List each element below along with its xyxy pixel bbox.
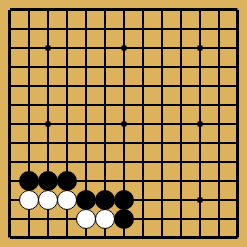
intersection-B8[interactable]: [19, 95, 38, 114]
intersection-J10[interactable]: [152, 57, 171, 76]
intersection-A10[interactable]: [0, 57, 19, 76]
white-stone: [38, 190, 58, 210]
intersection-J5[interactable]: [152, 152, 171, 171]
intersection-M13[interactable]: [209, 0, 228, 19]
intersection-B7[interactable]: [19, 114, 38, 133]
intersection-E12[interactable]: [76, 19, 95, 38]
intersection-A1[interactable]: [0, 228, 19, 247]
intersection-D2[interactable]: [57, 209, 76, 228]
intersection-G11[interactable]: [114, 38, 133, 57]
intersection-B2[interactable]: [19, 209, 38, 228]
intersection-H8[interactable]: [133, 95, 152, 114]
intersection-D5[interactable]: [57, 152, 76, 171]
intersection-E6[interactable]: [76, 133, 95, 152]
intersection-F7[interactable]: [95, 114, 114, 133]
white-stone: [95, 209, 115, 229]
intersection-F1[interactable]: [95, 228, 114, 247]
intersection-J3[interactable]: [152, 190, 171, 209]
intersection-N9[interactable]: [228, 76, 247, 95]
intersection-K13[interactable]: [171, 0, 190, 19]
black-stone: [95, 190, 115, 210]
intersection-B9[interactable]: [19, 76, 38, 95]
intersection-L6[interactable]: [190, 133, 209, 152]
intersection-E3[interactable]: [76, 190, 95, 209]
intersection-N11[interactable]: [228, 38, 247, 57]
intersection-B4[interactable]: [19, 171, 38, 190]
star-point-icon: [197, 45, 202, 50]
intersection-K8[interactable]: [171, 95, 190, 114]
intersection-L4[interactable]: [190, 171, 209, 190]
intersection-C13[interactable]: [38, 0, 57, 19]
intersection-M5[interactable]: [209, 152, 228, 171]
intersection-A6[interactable]: [0, 133, 19, 152]
intersection-C2[interactable]: [38, 209, 57, 228]
intersection-M9[interactable]: [209, 76, 228, 95]
intersection-G5[interactable]: [114, 152, 133, 171]
intersection-F8[interactable]: [95, 95, 114, 114]
intersection-J4[interactable]: [152, 171, 171, 190]
intersection-N4[interactable]: [228, 171, 247, 190]
intersection-K5[interactable]: [171, 152, 190, 171]
intersection-D7[interactable]: [57, 114, 76, 133]
intersection-F11[interactable]: [95, 38, 114, 57]
intersection-N12[interactable]: [228, 19, 247, 38]
intersection-H4[interactable]: [133, 171, 152, 190]
intersection-N8[interactable]: [228, 95, 247, 114]
intersection-L1[interactable]: [190, 228, 209, 247]
star-point-icon: [121, 121, 126, 126]
intersection-C7[interactable]: [38, 114, 57, 133]
intersection-F10[interactable]: [95, 57, 114, 76]
intersection-A5[interactable]: [0, 152, 19, 171]
intersection-B5[interactable]: [19, 152, 38, 171]
intersection-N7[interactable]: [228, 114, 247, 133]
intersection-H3[interactable]: [133, 190, 152, 209]
go-diagram: [0, 0, 247, 247]
intersection-L5[interactable]: [190, 152, 209, 171]
intersection-G1[interactable]: [114, 228, 133, 247]
intersection-D11[interactable]: [57, 38, 76, 57]
intersection-E8[interactable]: [76, 95, 95, 114]
intersection-D3[interactable]: [57, 190, 76, 209]
intersection-K7[interactable]: [171, 114, 190, 133]
intersection-B11[interactable]: [19, 38, 38, 57]
intersection-K3[interactable]: [171, 190, 190, 209]
intersection-F3[interactable]: [95, 190, 114, 209]
black-stone: [114, 190, 134, 210]
star-point-icon: [197, 121, 202, 126]
intersection-C12[interactable]: [38, 19, 57, 38]
intersection-J6[interactable]: [152, 133, 171, 152]
intersection-B13[interactable]: [19, 0, 38, 19]
intersection-G2[interactable]: [114, 209, 133, 228]
intersection-H7[interactable]: [133, 114, 152, 133]
intersection-E1[interactable]: [76, 228, 95, 247]
intersection-N5[interactable]: [228, 152, 247, 171]
intersection-G13[interactable]: [114, 0, 133, 19]
intersection-F12[interactable]: [95, 19, 114, 38]
intersection-B3[interactable]: [19, 190, 38, 209]
intersection-L3[interactable]: [190, 190, 209, 209]
intersection-N1[interactable]: [228, 228, 247, 247]
intersection-B6[interactable]: [19, 133, 38, 152]
go-board-grid: [0, 0, 247, 247]
intersection-K12[interactable]: [171, 19, 190, 38]
intersection-L12[interactable]: [190, 19, 209, 38]
intersection-M4[interactable]: [209, 171, 228, 190]
intersection-K2[interactable]: [171, 209, 190, 228]
intersection-L2[interactable]: [190, 209, 209, 228]
intersection-F5[interactable]: [95, 152, 114, 171]
black-stone: [114, 209, 134, 229]
intersection-H2[interactable]: [133, 209, 152, 228]
intersection-H6[interactable]: [133, 133, 152, 152]
intersection-D8[interactable]: [57, 95, 76, 114]
intersection-M12[interactable]: [209, 19, 228, 38]
intersection-K6[interactable]: [171, 133, 190, 152]
intersection-N13[interactable]: [228, 0, 247, 19]
intersection-A9[interactable]: [0, 76, 19, 95]
intersection-F6[interactable]: [95, 133, 114, 152]
intersection-B1[interactable]: [19, 228, 38, 247]
intersection-A13[interactable]: [0, 0, 19, 19]
intersection-K4[interactable]: [171, 171, 190, 190]
black-stone: [57, 171, 77, 191]
intersection-M10[interactable]: [209, 57, 228, 76]
black-stone: [76, 190, 96, 210]
intersection-F4[interactable]: [95, 171, 114, 190]
intersection-K10[interactable]: [171, 57, 190, 76]
intersection-L13[interactable]: [190, 0, 209, 19]
star-point-icon: [45, 45, 50, 50]
intersection-M3[interactable]: [209, 190, 228, 209]
intersection-F9[interactable]: [95, 76, 114, 95]
intersection-G10[interactable]: [114, 57, 133, 76]
intersection-E10[interactable]: [76, 57, 95, 76]
star-point-icon: [197, 197, 202, 202]
intersection-A7[interactable]: [0, 114, 19, 133]
white-stone: [19, 190, 39, 210]
intersection-G9[interactable]: [114, 76, 133, 95]
intersection-G8[interactable]: [114, 95, 133, 114]
intersection-C11[interactable]: [38, 38, 57, 57]
intersection-A8[interactable]: [0, 95, 19, 114]
intersection-M6[interactable]: [209, 133, 228, 152]
intersection-C1[interactable]: [38, 228, 57, 247]
intersection-E9[interactable]: [76, 76, 95, 95]
intersection-E5[interactable]: [76, 152, 95, 171]
intersection-D1[interactable]: [57, 228, 76, 247]
intersection-E13[interactable]: [76, 0, 95, 19]
intersection-M1[interactable]: [209, 228, 228, 247]
intersection-J9[interactable]: [152, 76, 171, 95]
white-stone: [76, 209, 96, 229]
intersection-C3[interactable]: [38, 190, 57, 209]
intersection-J13[interactable]: [152, 0, 171, 19]
intersection-E4[interactable]: [76, 171, 95, 190]
intersection-H5[interactable]: [133, 152, 152, 171]
intersection-A12[interactable]: [0, 19, 19, 38]
intersection-C6[interactable]: [38, 133, 57, 152]
intersection-J8[interactable]: [152, 95, 171, 114]
intersection-H1[interactable]: [133, 228, 152, 247]
intersection-F2[interactable]: [95, 209, 114, 228]
intersection-N10[interactable]: [228, 57, 247, 76]
intersection-H9[interactable]: [133, 76, 152, 95]
intersection-H12[interactable]: [133, 19, 152, 38]
intersection-E11[interactable]: [76, 38, 95, 57]
intersection-G12[interactable]: [114, 19, 133, 38]
intersection-K11[interactable]: [171, 38, 190, 57]
intersection-L7[interactable]: [190, 114, 209, 133]
intersection-B12[interactable]: [19, 19, 38, 38]
intersection-F13[interactable]: [95, 0, 114, 19]
white-stone: [57, 190, 77, 210]
intersection-M7[interactable]: [209, 114, 228, 133]
intersection-H13[interactable]: [133, 0, 152, 19]
intersection-J12[interactable]: [152, 19, 171, 38]
intersection-C10[interactable]: [38, 57, 57, 76]
intersection-D6[interactable]: [57, 133, 76, 152]
intersection-C8[interactable]: [38, 95, 57, 114]
intersection-M8[interactable]: [209, 95, 228, 114]
intersection-H11[interactable]: [133, 38, 152, 57]
intersection-N6[interactable]: [228, 133, 247, 152]
intersection-D4[interactable]: [57, 171, 76, 190]
intersection-H10[interactable]: [133, 57, 152, 76]
intersection-G4[interactable]: [114, 171, 133, 190]
intersection-C4[interactable]: [38, 171, 57, 190]
intersection-D13[interactable]: [57, 0, 76, 19]
intersection-E7[interactable]: [76, 114, 95, 133]
star-point-icon: [121, 45, 126, 50]
intersection-J1[interactable]: [152, 228, 171, 247]
intersection-K1[interactable]: [171, 228, 190, 247]
intersection-M2[interactable]: [209, 209, 228, 228]
intersection-A11[interactable]: [0, 38, 19, 57]
intersection-C9[interactable]: [38, 76, 57, 95]
intersection-A2[interactable]: [0, 209, 19, 228]
intersection-D9[interactable]: [57, 76, 76, 95]
intersection-L8[interactable]: [190, 95, 209, 114]
black-stone: [19, 171, 39, 191]
intersection-L9[interactable]: [190, 76, 209, 95]
intersection-J11[interactable]: [152, 38, 171, 57]
intersection-C5[interactable]: [38, 152, 57, 171]
intersection-B10[interactable]: [19, 57, 38, 76]
intersection-N2[interactable]: [228, 209, 247, 228]
intersection-J7[interactable]: [152, 114, 171, 133]
star-point-icon: [45, 121, 50, 126]
intersection-A3[interactable]: [0, 190, 19, 209]
intersection-K9[interactable]: [171, 76, 190, 95]
intersection-N3[interactable]: [228, 190, 247, 209]
intersection-L10[interactable]: [190, 57, 209, 76]
intersection-E2[interactable]: [76, 209, 95, 228]
intersection-J2[interactable]: [152, 209, 171, 228]
black-stone: [38, 171, 58, 191]
intersection-M11[interactable]: [209, 38, 228, 57]
intersection-D12[interactable]: [57, 19, 76, 38]
intersection-G3[interactable]: [114, 190, 133, 209]
intersection-A4[interactable]: [0, 171, 19, 190]
intersection-G7[interactable]: [114, 114, 133, 133]
intersection-G6[interactable]: [114, 133, 133, 152]
intersection-L11[interactable]: [190, 38, 209, 57]
intersection-D10[interactable]: [57, 57, 76, 76]
